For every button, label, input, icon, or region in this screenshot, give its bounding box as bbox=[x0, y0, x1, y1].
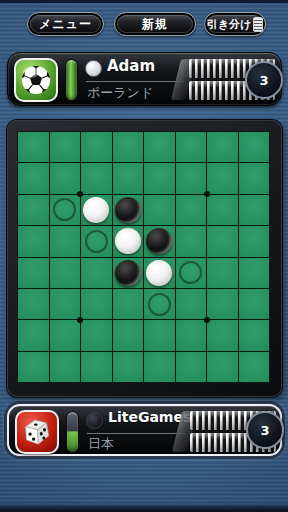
board-cell-a4[interactable] bbox=[18, 226, 49, 256]
board-cell-f5[interactable] bbox=[176, 258, 207, 288]
white-disc bbox=[83, 197, 109, 223]
board-cell-b7[interactable] bbox=[50, 320, 81, 350]
legal-move-hint-f5[interactable] bbox=[179, 261, 202, 284]
board-cell-c5[interactable] bbox=[81, 258, 112, 288]
board-inner bbox=[17, 131, 270, 383]
board-cell-f2[interactable] bbox=[176, 163, 207, 193]
panel-divider bbox=[86, 81, 184, 82]
board-cell-a8[interactable] bbox=[18, 352, 49, 382]
board-cell-d5[interactable] bbox=[113, 258, 144, 288]
board-cell-a1[interactable] bbox=[18, 132, 49, 162]
board-cell-h6[interactable] bbox=[239, 289, 270, 319]
board-cell-h1[interactable] bbox=[239, 132, 270, 162]
disc-count-top: 3 bbox=[259, 73, 268, 88]
board-cell-c1[interactable] bbox=[81, 132, 112, 162]
player-country-bottom: 日本 bbox=[88, 435, 114, 453]
board-cell-g7[interactable] bbox=[207, 320, 238, 350]
board-cell-b3[interactable] bbox=[50, 195, 81, 225]
board-cell-a7[interactable] bbox=[18, 320, 49, 350]
player-name-top: Adam bbox=[107, 57, 155, 75]
board-cell-h7[interactable] bbox=[239, 320, 270, 350]
board-cell-e3[interactable] bbox=[144, 195, 175, 225]
board-cell-f1[interactable] bbox=[176, 132, 207, 162]
piece-stack-icon bbox=[253, 17, 263, 32]
board-cell-b5[interactable] bbox=[50, 258, 81, 288]
board-cell-f3[interactable] bbox=[176, 195, 207, 225]
board-cell-e8[interactable] bbox=[144, 352, 175, 382]
star-point bbox=[204, 191, 210, 197]
player-panel-bottom: LiteGames 日本 3 bbox=[7, 404, 282, 456]
menu-button-label: メニュー bbox=[39, 16, 92, 33]
board-cell-e2[interactable] bbox=[144, 163, 175, 193]
board-cell-f8[interactable] bbox=[176, 352, 207, 382]
board-cell-b2[interactable] bbox=[50, 163, 81, 193]
disc-count-badge-bottom: 3 bbox=[246, 411, 284, 449]
white-disc bbox=[115, 228, 141, 254]
board-cell-a6[interactable] bbox=[18, 289, 49, 319]
board-cell-h8[interactable] bbox=[239, 352, 270, 382]
board-cell-e6[interactable] bbox=[144, 289, 175, 319]
legal-move-hint-c4[interactable] bbox=[85, 230, 108, 253]
board-cell-c8[interactable] bbox=[81, 352, 112, 382]
board-cell-e1[interactable] bbox=[144, 132, 175, 162]
timer-indicator-bottom bbox=[66, 411, 79, 453]
board-cell-f6[interactable] bbox=[176, 289, 207, 319]
board-cell-e4[interactable] bbox=[144, 226, 175, 256]
board-cell-e5[interactable] bbox=[144, 258, 175, 288]
board-cell-c6[interactable] bbox=[81, 289, 112, 319]
black-disc bbox=[115, 197, 141, 223]
black-disc bbox=[115, 260, 141, 286]
board-cell-h3[interactable] bbox=[239, 195, 270, 225]
board-cell-e7[interactable] bbox=[144, 320, 175, 350]
star-point bbox=[204, 317, 210, 323]
star-point bbox=[77, 191, 83, 197]
board-cell-a3[interactable] bbox=[18, 195, 49, 225]
board-cell-a5[interactable] bbox=[18, 258, 49, 288]
board-cell-h2[interactable] bbox=[239, 163, 270, 193]
black-disc bbox=[146, 228, 172, 254]
board-cell-d8[interactable] bbox=[113, 352, 144, 382]
reversi-board bbox=[7, 120, 282, 397]
bottom-edge-strip bbox=[0, 503, 288, 512]
new-game-button-label: 新規 bbox=[142, 16, 168, 33]
board-cell-c7[interactable] bbox=[81, 320, 112, 350]
offer-draw-button-label: 引き分け bbox=[207, 17, 252, 32]
board-cell-g8[interactable] bbox=[207, 352, 238, 382]
app-screen: メニュー 新規 引き分け bbox=[0, 0, 288, 512]
board-cell-b1[interactable] bbox=[50, 132, 81, 162]
board-cell-g6[interactable] bbox=[207, 289, 238, 319]
board-cell-b4[interactable] bbox=[50, 226, 81, 256]
disc-count-badge-top: 3 bbox=[245, 61, 283, 99]
board-cell-f7[interactable] bbox=[176, 320, 207, 350]
black-disc-indicator bbox=[86, 412, 103, 429]
board-cell-d2[interactable] bbox=[113, 163, 144, 193]
timer-indicator-top bbox=[65, 59, 78, 101]
board-cell-g1[interactable] bbox=[207, 132, 238, 162]
disc-count-bottom: 3 bbox=[260, 423, 269, 438]
board-cell-g5[interactable] bbox=[207, 258, 238, 288]
legal-move-hint-e6[interactable] bbox=[148, 293, 171, 316]
board-cell-c2[interactable] bbox=[81, 163, 112, 193]
board-cell-c4[interactable] bbox=[81, 226, 112, 256]
top-edge-strip bbox=[0, 0, 288, 3]
board-cell-a2[interactable] bbox=[18, 163, 49, 193]
board-cell-b8[interactable] bbox=[50, 352, 81, 382]
board-grid bbox=[17, 131, 270, 383]
board-cell-d3[interactable] bbox=[113, 195, 144, 225]
board-cell-b6[interactable] bbox=[50, 289, 81, 319]
board-cell-g2[interactable] bbox=[207, 163, 238, 193]
dice-icon bbox=[15, 410, 59, 454]
player-panel-top: Adam ポーランド 3 bbox=[7, 52, 282, 106]
board-cell-c3[interactable] bbox=[81, 195, 112, 225]
offer-draw-button[interactable]: 引き分け bbox=[204, 12, 266, 36]
player-country-top: ポーランド bbox=[87, 84, 153, 102]
panel-divider bbox=[87, 433, 185, 434]
menu-button[interactable]: メニュー bbox=[27, 12, 104, 36]
board-cell-d1[interactable] bbox=[113, 132, 144, 162]
board-cell-d6[interactable] bbox=[113, 289, 144, 319]
board-cell-g3[interactable] bbox=[207, 195, 238, 225]
board-cell-d4[interactable] bbox=[113, 226, 144, 256]
board-cell-g4[interactable] bbox=[207, 226, 238, 256]
board-cell-h5[interactable] bbox=[239, 258, 270, 288]
white-disc-indicator bbox=[85, 60, 102, 77]
soccer-ball-icon bbox=[14, 58, 58, 102]
white-disc bbox=[146, 260, 172, 286]
star-point bbox=[77, 317, 83, 323]
board-cell-d7[interactable] bbox=[113, 320, 144, 350]
board-cell-h4[interactable] bbox=[239, 226, 270, 256]
new-game-button[interactable]: 新規 bbox=[114, 12, 196, 36]
legal-move-hint-b3[interactable] bbox=[53, 198, 76, 221]
board-cell-f4[interactable] bbox=[176, 226, 207, 256]
